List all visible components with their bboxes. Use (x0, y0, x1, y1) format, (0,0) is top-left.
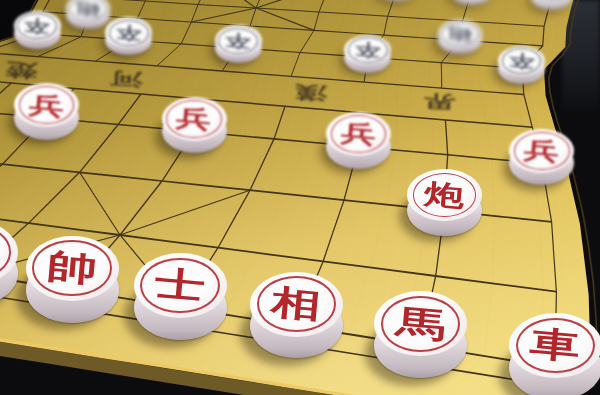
piece-top-face: 炮 (407, 169, 482, 220)
piece-character: 卒 (116, 23, 143, 42)
piece-black-soldier-c7[interactable]: 卒 (105, 17, 152, 55)
piece-character: 卒 (508, 52, 535, 71)
piece-top-face: 兵 (162, 97, 227, 141)
piece-top-face: 卒 (14, 11, 61, 42)
piece-red-soldier-i4[interactable]: 兵 (509, 129, 574, 186)
xiangqi-photo: 楚河漢界 車馬象砲砲卒卒卒卒卒兵兵兵兵炮車馬相士帥士 (0, 0, 600, 395)
piece-top-face: 兵 (326, 112, 391, 156)
piece-character: 兵 (28, 92, 65, 119)
piece-red-cannon-h3[interactable]: 炮 (407, 169, 482, 236)
piece-black-soldier-i7[interactable]: 卒 (498, 46, 545, 84)
piece-top-face: 相 (250, 272, 343, 337)
piece-character: 炮 (423, 179, 466, 210)
piece-character: 兵 (340, 120, 377, 147)
piece-black-chariot-i10[interactable]: 車 (531, 0, 572, 10)
piece-red-soldier-e4[interactable]: 兵 (162, 97, 227, 154)
piece-red-horse-h1[interactable]: 馬 (374, 291, 467, 378)
piece-character: 士 (154, 266, 207, 304)
pieces-layer: 車馬象砲砲卒卒卒卒卒兵兵兵兵炮車馬相士帥士 (0, 0, 600, 395)
piece-red-general-e1[interactable]: 帥 (26, 236, 119, 323)
piece-black-soldier-a7[interactable]: 卒 (14, 11, 61, 49)
piece-black-cannon-b8[interactable]: 砲 (66, 0, 110, 29)
piece-red-soldier-g4[interactable]: 兵 (326, 112, 391, 169)
piece-top-face: 兵 (509, 129, 574, 173)
piece-red-soldier-c4[interactable]: 兵 (14, 83, 79, 140)
piece-character: 車 (529, 326, 582, 364)
piece-black-horse-h10[interactable]: 馬 (451, 0, 492, 5)
piece-black-soldier-e7[interactable]: 卒 (215, 25, 262, 63)
piece-black-elephant-g10[interactable]: 象 (377, 0, 418, 1)
piece-red-elephant-g1[interactable]: 相 (250, 272, 343, 359)
piece-character: 砲 (75, 0, 100, 17)
piece-black-soldier-g7[interactable]: 卒 (344, 35, 391, 73)
piece-character: 卒 (354, 40, 381, 59)
piece-top-face: 卒 (498, 46, 545, 77)
piece-character: 相 (270, 285, 323, 323)
piece-top-face: 砲 (438, 20, 482, 48)
piece-character: 卒 (24, 17, 51, 36)
piece-red-chariot-i1[interactable]: 車 (509, 313, 600, 395)
piece-top-face: 士 (134, 253, 227, 318)
piece-character: 兵 (523, 137, 560, 164)
piece-character: 卒 (225, 31, 252, 50)
piece-top-face: 卒 (344, 35, 391, 66)
piece-top-face: 卒 (215, 25, 262, 56)
piece-character: 馬 (394, 305, 447, 343)
piece-character: 兵 (175, 105, 212, 132)
piece-red-advisor-f1[interactable]: 士 (134, 253, 227, 340)
piece-character: 砲 (447, 25, 472, 43)
piece-top-face: 帥 (26, 236, 119, 301)
piece-top-face: 車 (509, 313, 600, 378)
piece-top-face: 兵 (14, 83, 79, 127)
piece-character: 帥 (46, 249, 99, 287)
piece-black-cannon-h8[interactable]: 砲 (438, 20, 482, 55)
